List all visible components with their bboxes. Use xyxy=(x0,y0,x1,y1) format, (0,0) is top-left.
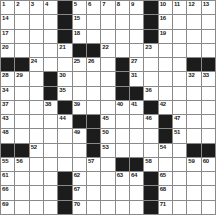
black-square xyxy=(15,58,28,71)
black-square xyxy=(87,129,100,142)
white-square[interactable]: 7 xyxy=(101,1,114,14)
black-square xyxy=(144,30,157,43)
white-square[interactable]: 54 xyxy=(159,144,172,157)
clue-number: 5 xyxy=(74,1,77,8)
white-square[interactable] xyxy=(144,58,157,71)
white-square[interactable]: 16 xyxy=(159,15,172,28)
white-square[interactable] xyxy=(87,87,100,100)
white-square[interactable]: 11 xyxy=(173,1,186,14)
clue-number: 71 xyxy=(160,201,166,208)
white-square[interactable] xyxy=(202,172,215,185)
black-square xyxy=(187,58,200,71)
white-square[interactable]: 21 xyxy=(58,44,71,57)
white-square[interactable] xyxy=(187,44,200,57)
white-square[interactable] xyxy=(30,44,43,57)
white-square[interactable] xyxy=(58,158,71,171)
clue-number: 36 xyxy=(145,87,151,94)
white-square[interactable] xyxy=(116,115,129,128)
clue-number: 42 xyxy=(160,101,166,108)
white-square[interactable] xyxy=(144,129,157,142)
white-square[interactable] xyxy=(173,44,186,57)
clue-number: 48 xyxy=(2,129,8,136)
clue-number: 69 xyxy=(2,201,8,208)
clue-number: 3 xyxy=(31,1,34,8)
white-square[interactable]: 20 xyxy=(1,44,14,57)
white-square[interactable] xyxy=(202,101,215,114)
clue-number: 39 xyxy=(74,101,80,108)
white-square[interactable]: 5 xyxy=(73,1,86,14)
white-square[interactable] xyxy=(44,158,57,171)
white-square[interactable] xyxy=(30,15,43,28)
white-square[interactable] xyxy=(144,72,157,85)
white-square[interactable]: 38 xyxy=(44,101,57,114)
white-square[interactable]: 9 xyxy=(130,1,143,14)
black-square xyxy=(58,186,71,199)
white-square[interactable]: 46 xyxy=(144,115,157,128)
white-square[interactable]: 3 xyxy=(30,1,43,14)
black-square xyxy=(73,115,86,128)
white-square[interactable]: 24 xyxy=(30,58,43,71)
white-square[interactable]: 39 xyxy=(73,101,86,114)
white-square[interactable] xyxy=(30,129,43,142)
clue-number: 70 xyxy=(74,201,80,208)
white-square[interactable] xyxy=(116,186,129,199)
black-square xyxy=(15,144,28,157)
white-square[interactable]: 61 xyxy=(1,172,14,185)
white-square[interactable] xyxy=(173,144,186,157)
white-square[interactable] xyxy=(159,44,172,57)
white-square[interactable] xyxy=(15,30,28,43)
clue-number: 45 xyxy=(102,115,108,122)
white-square[interactable] xyxy=(202,87,215,100)
white-square[interactable]: 64 xyxy=(130,172,143,185)
white-square[interactable]: 55 xyxy=(1,158,14,171)
white-square[interactable] xyxy=(116,201,129,214)
white-square[interactable] xyxy=(187,201,200,214)
white-square[interactable]: 57 xyxy=(87,158,100,171)
clue-number: 32 xyxy=(188,72,194,79)
white-square[interactable]: 13 xyxy=(202,1,215,14)
clue-number: 1 xyxy=(2,1,5,8)
white-square[interactable] xyxy=(187,87,200,100)
clue-number: 15 xyxy=(74,15,80,22)
clue-number: 50 xyxy=(102,129,108,136)
white-square[interactable] xyxy=(173,158,186,171)
clue-number: 7 xyxy=(102,1,105,8)
white-square[interactable] xyxy=(187,101,200,114)
clue-number: 10 xyxy=(160,1,166,8)
white-square[interactable] xyxy=(116,44,129,57)
white-square[interactable] xyxy=(87,186,100,199)
white-square[interactable]: 56 xyxy=(15,158,28,171)
white-square[interactable] xyxy=(116,30,129,43)
clue-number: 57 xyxy=(88,158,94,165)
white-square[interactable] xyxy=(130,129,143,142)
white-square[interactable] xyxy=(15,129,28,142)
clue-number: 4 xyxy=(45,1,48,8)
black-square xyxy=(130,158,143,171)
white-square[interactable] xyxy=(187,129,200,142)
black-square xyxy=(144,101,157,114)
clue-number: 64 xyxy=(131,172,137,179)
clue-number: 25 xyxy=(74,58,80,65)
white-square[interactable] xyxy=(58,129,71,142)
white-square[interactable] xyxy=(173,30,186,43)
clue-number: 47 xyxy=(174,115,180,122)
white-square[interactable] xyxy=(73,72,86,85)
white-square[interactable]: 23 xyxy=(144,44,157,57)
clue-number: 26 xyxy=(88,58,94,65)
black-square xyxy=(202,144,215,157)
white-square[interactable] xyxy=(15,186,28,199)
white-square[interactable]: 70 xyxy=(73,201,86,214)
clue-number: 19 xyxy=(160,30,166,37)
white-square[interactable]: 41 xyxy=(130,101,143,114)
clue-number: 28 xyxy=(2,72,8,79)
black-square xyxy=(116,158,129,171)
white-square[interactable] xyxy=(58,58,71,71)
white-square[interactable] xyxy=(101,58,114,71)
clue-number: 18 xyxy=(74,30,80,37)
white-square[interactable] xyxy=(30,172,43,185)
clue-number: 41 xyxy=(131,101,137,108)
white-square[interactable] xyxy=(30,158,43,171)
clue-number: 43 xyxy=(2,115,8,122)
clue-number: 67 xyxy=(74,186,80,193)
black-square xyxy=(159,129,172,142)
white-square[interactable]: 27 xyxy=(130,58,143,71)
white-square[interactable] xyxy=(87,201,100,214)
clue-number: 14 xyxy=(2,15,8,22)
black-square xyxy=(58,101,71,114)
clue-number: 51 xyxy=(174,129,180,136)
white-square[interactable]: 53 xyxy=(101,144,114,157)
white-square[interactable] xyxy=(44,30,57,43)
white-square[interactable]: 14 xyxy=(1,15,14,28)
white-square[interactable] xyxy=(101,158,114,171)
clue-number: 54 xyxy=(160,144,166,151)
clue-number: 40 xyxy=(117,101,123,108)
clue-number: 31 xyxy=(131,72,137,79)
white-square[interactable] xyxy=(130,186,143,199)
black-square xyxy=(130,87,143,100)
clue-number: 20 xyxy=(2,44,8,51)
clue-number: 38 xyxy=(45,101,51,108)
black-square xyxy=(44,87,57,100)
clue-number: 30 xyxy=(59,72,65,79)
white-square[interactable]: 30 xyxy=(58,72,71,85)
white-square[interactable] xyxy=(130,115,143,128)
black-square xyxy=(87,44,100,57)
clue-number: 33 xyxy=(203,72,209,79)
white-square[interactable]: 2 xyxy=(15,1,28,14)
white-square[interactable] xyxy=(73,87,86,100)
black-square xyxy=(58,15,71,28)
white-square[interactable] xyxy=(30,101,43,114)
white-square[interactable] xyxy=(116,15,129,28)
white-square[interactable] xyxy=(159,87,172,100)
clue-number: 35 xyxy=(59,87,65,94)
clue-number: 6 xyxy=(88,1,91,8)
white-square[interactable] xyxy=(202,186,215,199)
white-square[interactable] xyxy=(30,87,43,100)
white-square[interactable] xyxy=(173,101,186,114)
black-square xyxy=(87,144,100,157)
white-square[interactable]: 51 xyxy=(173,129,186,142)
white-square[interactable]: 66 xyxy=(1,186,14,199)
white-square[interactable] xyxy=(159,72,172,85)
black-square xyxy=(44,72,57,85)
white-square[interactable]: 32 xyxy=(187,72,200,85)
white-square[interactable]: 50 xyxy=(101,129,114,142)
white-square[interactable]: 31 xyxy=(130,72,143,85)
clue-number: 29 xyxy=(16,72,22,79)
white-square[interactable] xyxy=(101,87,114,100)
white-square[interactable] xyxy=(87,172,100,185)
white-square[interactable] xyxy=(73,158,86,171)
white-square[interactable] xyxy=(159,158,172,171)
white-square[interactable] xyxy=(87,15,100,28)
black-square xyxy=(116,58,129,71)
white-square[interactable] xyxy=(87,101,100,114)
white-square[interactable]: 34 xyxy=(1,87,14,100)
black-square xyxy=(58,30,71,43)
clue-number: 34 xyxy=(2,87,8,94)
white-square[interactable] xyxy=(15,172,28,185)
clue-number: 17 xyxy=(2,30,8,37)
clue-number: 9 xyxy=(131,1,134,8)
clue-number: 65 xyxy=(160,172,166,179)
white-square[interactable] xyxy=(101,201,114,214)
white-square[interactable]: 42 xyxy=(159,101,172,114)
white-square[interactable] xyxy=(187,115,200,128)
white-square[interactable]: 48 xyxy=(1,129,14,142)
clue-number: 23 xyxy=(145,44,151,51)
clue-number: 52 xyxy=(31,144,37,151)
white-square[interactable]: 47 xyxy=(173,115,186,128)
white-square[interactable]: 26 xyxy=(87,58,100,71)
white-square[interactable] xyxy=(202,201,215,214)
white-square[interactable] xyxy=(130,201,143,214)
black-square xyxy=(116,87,129,100)
white-square[interactable]: 60 xyxy=(202,158,215,171)
white-square[interactable]: 1 xyxy=(1,1,14,14)
white-square[interactable] xyxy=(144,144,157,157)
clue-number: 63 xyxy=(117,172,123,179)
white-square[interactable] xyxy=(173,201,186,214)
white-square[interactable] xyxy=(15,201,28,214)
white-square[interactable] xyxy=(44,186,57,199)
white-square[interactable] xyxy=(130,44,143,57)
white-square[interactable] xyxy=(101,72,114,85)
clue-number: 21 xyxy=(59,44,65,51)
white-square[interactable]: 65 xyxy=(159,172,172,185)
white-square[interactable]: 52 xyxy=(30,144,43,157)
white-square[interactable] xyxy=(173,58,186,71)
white-square[interactable]: 28 xyxy=(1,72,14,85)
white-square[interactable] xyxy=(173,186,186,199)
clue-number: 46 xyxy=(145,115,151,122)
white-square[interactable] xyxy=(44,144,57,157)
white-square[interactable] xyxy=(101,172,114,185)
white-square[interactable] xyxy=(101,186,114,199)
black-square xyxy=(159,115,172,128)
white-square[interactable]: 62 xyxy=(73,172,86,185)
white-square[interactable] xyxy=(202,15,215,28)
clue-number: 55 xyxy=(2,158,8,165)
white-square[interactable] xyxy=(44,15,57,28)
black-square xyxy=(58,1,71,14)
white-square[interactable]: 19 xyxy=(159,30,172,43)
black-square xyxy=(187,144,200,157)
white-square[interactable]: 67 xyxy=(73,186,86,199)
white-square[interactable]: 29 xyxy=(15,72,28,85)
white-square[interactable]: 8 xyxy=(116,1,129,14)
white-square[interactable] xyxy=(15,15,28,28)
clue-number: 27 xyxy=(131,58,137,65)
crossword-grid: 1234567891011121314151617181920212223242… xyxy=(0,0,216,215)
black-square xyxy=(1,144,14,157)
clue-number: 59 xyxy=(188,158,194,165)
white-square[interactable] xyxy=(202,129,215,142)
white-square[interactable] xyxy=(15,44,28,57)
white-square[interactable] xyxy=(173,87,186,100)
clue-number: 22 xyxy=(102,44,108,51)
white-square[interactable] xyxy=(30,30,43,43)
white-square[interactable]: 25 xyxy=(73,58,86,71)
white-square[interactable] xyxy=(15,87,28,100)
black-square xyxy=(116,72,129,85)
clue-number: 62 xyxy=(74,172,80,179)
clue-number: 60 xyxy=(203,158,209,165)
clue-number: 66 xyxy=(2,186,8,193)
clue-number: 13 xyxy=(203,1,209,8)
white-square[interactable]: 12 xyxy=(187,1,200,14)
black-square xyxy=(144,172,157,185)
white-square[interactable] xyxy=(173,172,186,185)
clue-number: 11 xyxy=(174,1,180,8)
white-square[interactable] xyxy=(44,115,57,128)
clue-number: 12 xyxy=(188,1,194,8)
white-square[interactable] xyxy=(187,15,200,28)
white-square[interactable] xyxy=(101,15,114,28)
white-square[interactable] xyxy=(187,186,200,199)
white-square[interactable]: 36 xyxy=(144,87,157,100)
clue-number: 8 xyxy=(117,1,120,8)
clue-number: 37 xyxy=(2,101,8,108)
white-square[interactable]: 43 xyxy=(1,115,14,128)
black-square xyxy=(58,201,71,214)
clue-number: 44 xyxy=(59,115,65,122)
white-square[interactable]: 40 xyxy=(116,101,129,114)
white-square[interactable] xyxy=(44,172,57,185)
white-square[interactable] xyxy=(187,30,200,43)
white-square[interactable] xyxy=(116,129,129,142)
white-square[interactable] xyxy=(187,172,200,185)
white-square[interactable]: 37 xyxy=(1,101,14,114)
white-square[interactable] xyxy=(116,144,129,157)
clue-number: 56 xyxy=(16,158,22,165)
white-square[interactable] xyxy=(44,44,57,57)
white-square[interactable] xyxy=(159,58,172,71)
white-square[interactable]: 68 xyxy=(159,186,172,199)
black-square xyxy=(202,58,215,71)
white-square[interactable] xyxy=(58,144,71,157)
white-square[interactable] xyxy=(44,129,57,142)
white-square[interactable]: 6 xyxy=(87,1,100,14)
white-square[interactable]: 22 xyxy=(101,44,114,57)
white-square[interactable] xyxy=(130,15,143,28)
white-square[interactable]: 44 xyxy=(58,115,71,128)
clue-number: 53 xyxy=(102,144,108,151)
white-square[interactable]: 15 xyxy=(73,15,86,28)
clue-number: 61 xyxy=(2,172,8,179)
white-square[interactable] xyxy=(101,30,114,43)
white-square[interactable] xyxy=(101,101,114,114)
black-square xyxy=(144,15,157,28)
white-square[interactable] xyxy=(173,72,186,85)
white-square[interactable] xyxy=(202,44,215,57)
white-square[interactable] xyxy=(173,15,186,28)
clue-number: 24 xyxy=(31,58,37,65)
white-square[interactable] xyxy=(44,201,57,214)
white-square[interactable]: 4 xyxy=(44,1,57,14)
white-square[interactable] xyxy=(130,30,143,43)
white-square[interactable]: 49 xyxy=(73,129,86,142)
clue-number: 16 xyxy=(160,15,166,22)
white-square[interactable] xyxy=(202,115,215,128)
white-square[interactable]: 59 xyxy=(187,158,200,171)
black-square xyxy=(144,1,157,14)
clue-number: 68 xyxy=(160,186,166,193)
white-square[interactable] xyxy=(30,186,43,199)
clue-number: 49 xyxy=(74,129,80,136)
white-square[interactable] xyxy=(87,72,100,85)
white-square[interactable]: 58 xyxy=(144,158,157,171)
clue-number: 58 xyxy=(145,158,151,165)
white-square[interactable] xyxy=(30,72,43,85)
white-square[interactable]: 63 xyxy=(116,172,129,185)
white-square[interactable] xyxy=(30,115,43,128)
white-square[interactable] xyxy=(202,30,215,43)
white-square[interactable] xyxy=(73,144,86,157)
white-square[interactable]: 35 xyxy=(58,87,71,100)
white-square[interactable]: 17 xyxy=(1,30,14,43)
white-square[interactable]: 69 xyxy=(1,201,14,214)
black-square xyxy=(58,172,71,185)
white-square[interactable] xyxy=(44,58,57,71)
white-square[interactable]: 10 xyxy=(159,1,172,14)
white-square[interactable] xyxy=(130,144,143,157)
white-square[interactable]: 45 xyxy=(101,115,114,128)
white-square[interactable] xyxy=(87,30,100,43)
white-square[interactable] xyxy=(30,201,43,214)
black-square xyxy=(144,186,157,199)
white-square[interactable]: 18 xyxy=(73,30,86,43)
white-square[interactable]: 33 xyxy=(202,72,215,85)
white-square[interactable] xyxy=(15,101,28,114)
black-square xyxy=(144,201,157,214)
black-square xyxy=(1,58,14,71)
white-square[interactable]: 71 xyxy=(159,201,172,214)
black-square xyxy=(73,44,86,57)
clue-number: 2 xyxy=(16,1,19,8)
black-square xyxy=(87,115,100,128)
white-square[interactable] xyxy=(15,115,28,128)
